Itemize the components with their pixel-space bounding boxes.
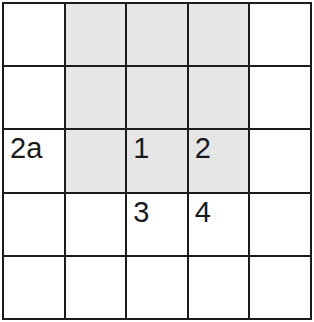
grid-cell [127,67,187,128]
grid-cell [4,4,64,65]
grid-cell [189,257,249,318]
cell-label: 4 [189,194,249,227]
grid-cell [250,67,310,128]
grid-cell [250,257,310,318]
grid-cell: 2a [4,130,64,191]
grid-cell [66,194,126,255]
grid-cell [66,130,126,191]
cell-label: 3 [127,194,187,227]
grid-cell [250,130,310,191]
grid-cell: 2 [189,130,249,191]
grid-cell: 4 [189,194,249,255]
cell-label: 2 [189,130,249,163]
grid-cell [66,67,126,128]
grid-cell [4,257,64,318]
grid-cell: 3 [127,194,187,255]
grid-cell [4,194,64,255]
grid-cell [250,194,310,255]
grid-cell [127,4,187,65]
grid-cell [66,4,126,65]
cell-label: 1 [127,130,187,163]
grid-cell [250,4,310,65]
grid-cell [189,67,249,128]
grid-cell: 1 [127,130,187,191]
grid-cell [66,257,126,318]
grid-cell [127,257,187,318]
grid-cell [4,67,64,128]
puzzle-grid: 2a1234 [2,2,312,320]
puzzle-diagram: 2a1234 [0,0,314,322]
cell-label: 2a [4,130,64,163]
grid-cell [189,4,249,65]
